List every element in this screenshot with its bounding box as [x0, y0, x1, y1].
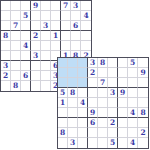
cell-r8c4[interactable] [31, 71, 41, 81]
given-digit: 8 [3, 32, 8, 40]
cell-r9c4[interactable] [31, 81, 41, 91]
cell-r11c12[interactable] [108, 98, 118, 108]
cell-r8c11[interactable] [98, 68, 108, 78]
cell-r11c9[interactable]: 4 [78, 98, 88, 108]
cell-r10c12[interactable]: 3 [108, 88, 118, 98]
given-digit: 2 [3, 72, 8, 80]
cell-r6c5[interactable] [41, 51, 51, 61]
cell-r3c1[interactable] [1, 21, 11, 31]
cell-r7c2[interactable] [11, 61, 21, 71]
cell-r5c7[interactable] [61, 41, 71, 51]
cell-r10c8[interactable]: 8 [68, 88, 78, 98]
cell-r2c9[interactable]: 4 [81, 11, 91, 21]
given-digit: 6 [73, 22, 78, 30]
cell-r5c3[interactable]: 4 [21, 41, 31, 51]
cell-r7c7[interactable] [58, 58, 68, 68]
cell-r9c14[interactable] [128, 78, 138, 88]
cell-r14c11[interactable] [98, 128, 108, 138]
cell-r3c2[interactable]: 7 [11, 21, 21, 31]
cell-r9c1[interactable] [1, 81, 11, 91]
given-digit: 8 [60, 129, 65, 137]
cell-r9c2[interactable]: 8 [11, 81, 21, 91]
cell-r14c12[interactable] [108, 128, 118, 138]
cell-r4c2[interactable] [11, 31, 21, 41]
cell-r9c13[interactable] [118, 78, 128, 88]
cell-r10c10[interactable] [88, 88, 98, 98]
cell-r11c13[interactable] [118, 98, 128, 108]
cell-r4c8[interactable] [71, 31, 81, 41]
given-digit: 7 [63, 2, 68, 10]
twodoku-puzzle: 97354736821431823626382 3852975839149486… [0, 0, 150, 150]
cell-r3c5[interactable]: 3 [41, 21, 51, 31]
given-digit: 9 [120, 89, 125, 97]
cell-r7c14[interactable]: 5 [128, 58, 138, 68]
cell-r4c3[interactable] [21, 31, 31, 41]
cell-r3c8[interactable]: 6 [71, 21, 81, 31]
cell-r9c15[interactable] [138, 78, 148, 88]
cell-r13c10[interactable]: 6 [88, 118, 98, 128]
cell-r12c10[interactable]: 9 [88, 108, 98, 118]
cell-r1c3[interactable] [21, 1, 31, 11]
cell-r11c11[interactable] [98, 98, 108, 108]
cell-r9c5[interactable] [41, 81, 51, 91]
given-digit: 2 [90, 69, 95, 77]
cell-r2c7[interactable] [61, 11, 71, 21]
cell-r10c9[interactable] [78, 88, 88, 98]
cell-r10c11[interactable] [98, 88, 108, 98]
cell-r8c2[interactable] [11, 71, 21, 81]
cell-r8c15[interactable]: 9 [138, 68, 148, 78]
given-digit: 5 [130, 59, 135, 67]
cell-r10c14[interactable] [128, 88, 138, 98]
given-digit: 9 [140, 69, 145, 77]
cell-r1c4[interactable]: 9 [31, 1, 41, 11]
cell-r1c1[interactable] [1, 1, 11, 11]
given-digit: 5 [23, 12, 28, 20]
cell-r13c14[interactable] [128, 118, 138, 128]
cell-r5c8[interactable] [71, 41, 81, 51]
cell-r14c14[interactable] [128, 128, 138, 138]
given-digit: 3 [33, 52, 38, 60]
given-digit: 3 [90, 59, 95, 67]
cell-r8c5[interactable] [41, 71, 51, 81]
cell-r9c3[interactable] [21, 81, 31, 91]
cell-r6c2[interactable] [11, 51, 21, 61]
given-digit: 2 [110, 119, 115, 127]
cell-r2c6[interactable] [51, 11, 61, 21]
cell-r8c1[interactable]: 2 [1, 71, 11, 81]
given-digit: 3 [70, 139, 75, 147]
cell-r4c7[interactable] [61, 31, 71, 41]
cell-r15c13[interactable] [118, 138, 128, 148]
cell-r4c1[interactable]: 8 [1, 31, 11, 41]
cell-r1c6[interactable] [51, 1, 61, 11]
cell-r7c8[interactable] [68, 58, 78, 68]
cell-r11c8[interactable] [68, 98, 78, 108]
given-digit: 7 [13, 22, 18, 30]
cell-r15c11[interactable] [98, 138, 108, 148]
cell-r4c6[interactable]: 1 [51, 31, 61, 41]
cell-r9c7[interactable] [58, 78, 68, 88]
cell-r5c9[interactable] [81, 41, 91, 51]
cell-r11c10[interactable] [88, 98, 98, 108]
cell-r15c15[interactable] [138, 138, 148, 148]
given-digit: 3 [110, 89, 115, 97]
given-digit: 6 [90, 119, 95, 127]
cell-r9c12[interactable] [108, 78, 118, 88]
given-digit: 3 [43, 22, 48, 30]
cell-r3c4[interactable] [31, 21, 41, 31]
cell-r8c7[interactable] [58, 68, 68, 78]
cell-r10c7[interactable]: 5 [58, 88, 68, 98]
cell-r13c12[interactable]: 2 [108, 118, 118, 128]
cell-r2c2[interactable] [11, 11, 21, 21]
given-digit: 7 [100, 79, 105, 87]
cell-r12c11[interactable] [98, 108, 108, 118]
cell-r15c9[interactable] [78, 138, 88, 148]
cell-r3c3[interactable] [21, 21, 31, 31]
cell-r1c5[interactable] [41, 1, 51, 11]
cell-r12c14[interactable]: 4 [128, 108, 138, 118]
given-digit: 9 [33, 2, 38, 10]
given-digit: 5 [60, 89, 65, 97]
cell-r9c8[interactable] [68, 78, 78, 88]
cell-r14c8[interactable] [68, 128, 78, 138]
cell-r8c3[interactable]: 6 [21, 71, 31, 81]
cell-r1c7[interactable]: 7 [61, 1, 71, 11]
cell-r2c4[interactable] [31, 11, 41, 21]
cell-r11c14[interactable] [128, 98, 138, 108]
cell-r13c9[interactable] [78, 118, 88, 128]
cell-r15c8[interactable]: 3 [68, 138, 78, 148]
given-digit: 1 [53, 32, 58, 40]
cell-r13c8[interactable] [68, 118, 78, 128]
given-digit: 5 [110, 139, 115, 147]
cell-r3c9[interactable] [81, 21, 91, 31]
cell-r7c1[interactable]: 3 [1, 61, 11, 71]
cell-r8c8[interactable] [68, 68, 78, 78]
cell-r9c10[interactable] [88, 78, 98, 88]
given-digit: 8 [140, 109, 145, 117]
cell-r12c7[interactable] [58, 108, 68, 118]
cell-r13c15[interactable] [138, 118, 148, 128]
cell-r15c10[interactable] [88, 138, 98, 148]
given-digit: 2 [33, 32, 38, 40]
given-digit: 4 [130, 109, 135, 117]
cell-r1c2[interactable] [11, 1, 21, 11]
cell-r8c12[interactable] [108, 68, 118, 78]
sudoku-board-bottom-right: 3852975839149486282354 [57, 57, 149, 149]
cell-r7c5[interactable] [41, 61, 51, 71]
cell-r7c13[interactable] [118, 58, 128, 68]
cell-r5c1[interactable] [1, 41, 11, 51]
cell-r1c9[interactable] [81, 1, 91, 11]
cell-r7c12[interactable] [108, 58, 118, 68]
cell-r2c3[interactable]: 5 [21, 11, 31, 21]
cell-r13c13[interactable] [118, 118, 128, 128]
given-digit: 9 [90, 109, 95, 117]
cell-r12c8[interactable] [68, 108, 78, 118]
cell-r11c15[interactable] [138, 98, 148, 108]
cell-r8c10[interactable]: 2 [88, 68, 98, 78]
cell-r14c9[interactable] [78, 128, 88, 138]
cell-r12c9[interactable] [78, 108, 88, 118]
cell-r7c9[interactable] [78, 58, 88, 68]
cell-r12c13[interactable] [118, 108, 128, 118]
given-digit: 1 [60, 99, 65, 107]
cell-r2c5[interactable] [41, 11, 51, 21]
cell-r3c6[interactable] [51, 21, 61, 31]
cell-r10c15[interactable] [138, 88, 148, 98]
given-digit: 4 [130, 139, 135, 147]
cell-r7c15[interactable] [138, 58, 148, 68]
cell-r5c5[interactable] [41, 41, 51, 51]
cell-r12c12[interactable] [108, 108, 118, 118]
cell-r5c4[interactable] [31, 41, 41, 51]
cell-r6c3[interactable] [21, 51, 31, 61]
given-digit: 8 [13, 82, 18, 90]
given-digit: 2 [140, 129, 145, 137]
cell-r10c13[interactable]: 9 [118, 88, 128, 98]
cell-r13c11[interactable] [98, 118, 108, 128]
given-digit: 3 [73, 2, 78, 10]
given-digit: 4 [83, 12, 88, 20]
cell-r9c11[interactable]: 7 [98, 78, 108, 88]
cell-r15c7[interactable] [58, 138, 68, 148]
given-digit: 8 [100, 59, 105, 67]
cell-r4c4[interactable]: 2 [31, 31, 41, 41]
cell-r6c1[interactable] [1, 51, 11, 61]
cell-r7c10[interactable]: 3 [88, 58, 98, 68]
cell-r2c8[interactable] [71, 11, 81, 21]
cell-r1c8[interactable]: 3 [71, 1, 81, 11]
given-digit: 3 [3, 62, 8, 70]
cell-r14c10[interactable] [88, 128, 98, 138]
cell-r11c7[interactable]: 1 [58, 98, 68, 108]
cell-r15c14[interactable]: 4 [128, 138, 138, 148]
cell-r7c3[interactable] [21, 61, 31, 71]
cell-r14c15[interactable]: 2 [138, 128, 148, 138]
cell-r15c12[interactable]: 5 [108, 138, 118, 148]
cell-r5c6[interactable] [51, 41, 61, 51]
cell-r7c4[interactable] [31, 61, 41, 71]
cell-r7c11[interactable]: 8 [98, 58, 108, 68]
cell-r3c7[interactable] [61, 21, 71, 31]
cell-r9c9[interactable] [78, 78, 88, 88]
cell-r4c5[interactable] [41, 31, 51, 41]
given-digit: 8 [70, 89, 75, 97]
cell-r14c7[interactable]: 8 [58, 128, 68, 138]
cell-r5c2[interactable] [11, 41, 21, 51]
cell-r13c7[interactable] [58, 118, 68, 128]
given-digit: 6 [23, 72, 28, 80]
cell-r6c4[interactable]: 3 [31, 51, 41, 61]
given-digit: 4 [23, 42, 28, 50]
given-digit: 4 [80, 99, 85, 107]
cell-r14c13[interactable] [118, 128, 128, 138]
cell-r4c9[interactable] [81, 31, 91, 41]
cell-r8c13[interactable] [118, 68, 128, 78]
cell-r12c15[interactable]: 8 [138, 108, 148, 118]
cell-r2c1[interactable] [1, 11, 11, 21]
cell-r8c14[interactable] [128, 68, 138, 78]
cell-r8c9[interactable] [78, 68, 88, 78]
